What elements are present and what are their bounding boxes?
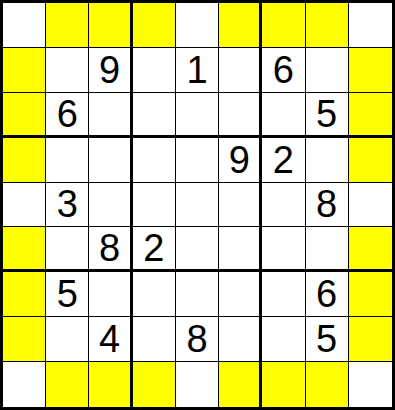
- cell-r5c9[interactable]: [349, 183, 392, 228]
- cell-r6c6[interactable]: [219, 227, 262, 272]
- cell-r1c3[interactable]: [89, 3, 132, 48]
- cell-r5c1[interactable]: [3, 183, 46, 228]
- cell-r6c5[interactable]: [176, 227, 219, 272]
- cell-r4c5[interactable]: [176, 138, 219, 183]
- cell-r9c1[interactable]: [3, 362, 46, 407]
- cell-r7c4[interactable]: [133, 272, 176, 317]
- cell-r8c2[interactable]: [46, 317, 89, 362]
- cell-r7c6[interactable]: [219, 272, 262, 317]
- cell-r1c8[interactable]: [306, 3, 349, 48]
- cell-r2c6[interactable]: [219, 48, 262, 93]
- cell-r7c7[interactable]: [262, 272, 305, 317]
- cell-r9c7[interactable]: [262, 362, 305, 407]
- cell-r3c1[interactable]: [3, 93, 46, 138]
- cell-r7c1[interactable]: [3, 272, 46, 317]
- cell-r4c2[interactable]: [46, 138, 89, 183]
- cell-r5c7[interactable]: [262, 183, 305, 228]
- cell-r6c1[interactable]: [3, 227, 46, 272]
- cell-r7c5[interactable]: [176, 272, 219, 317]
- given-digit-r8c3[interactable]: 4: [89, 317, 132, 362]
- given-digit-r8c5[interactable]: 8: [176, 317, 219, 362]
- cell-r1c7[interactable]: [262, 3, 305, 48]
- cell-r3c7[interactable]: [262, 93, 305, 138]
- cell-r5c4[interactable]: [133, 183, 176, 228]
- given-digit-r7c2[interactable]: 5: [46, 272, 89, 317]
- cell-r6c7[interactable]: [262, 227, 305, 272]
- cell-r7c3[interactable]: [89, 272, 132, 317]
- cell-r8c7[interactable]: [262, 317, 305, 362]
- cell-r9c2[interactable]: [46, 362, 89, 407]
- cell-r8c9[interactable]: [349, 317, 392, 362]
- cell-r6c2[interactable]: [46, 227, 89, 272]
- sudoku-board: 9166592388256485: [0, 0, 395, 410]
- cell-r6c9[interactable]: [349, 227, 392, 272]
- cell-r4c9[interactable]: [349, 138, 392, 183]
- cell-r1c9[interactable]: [349, 3, 392, 48]
- given-digit-r2c5[interactable]: 1: [176, 48, 219, 93]
- cell-r2c2[interactable]: [46, 48, 89, 93]
- cell-r2c8[interactable]: [306, 48, 349, 93]
- cell-r2c4[interactable]: [133, 48, 176, 93]
- cell-r6c8[interactable]: [306, 227, 349, 272]
- cell-r9c9[interactable]: [349, 362, 392, 407]
- cell-r1c6[interactable]: [219, 3, 262, 48]
- cell-r1c2[interactable]: [46, 3, 89, 48]
- cell-r8c4[interactable]: [133, 317, 176, 362]
- cell-r4c3[interactable]: [89, 138, 132, 183]
- given-digit-r5c2[interactable]: 3: [46, 183, 89, 228]
- given-digit-r2c7[interactable]: 6: [262, 48, 305, 93]
- given-digit-r6c3[interactable]: 8: [89, 227, 132, 272]
- cell-r3c3[interactable]: [89, 93, 132, 138]
- given-digit-r4c7[interactable]: 2: [262, 138, 305, 183]
- given-digit-r7c8[interactable]: 6: [306, 272, 349, 317]
- cell-r9c8[interactable]: [306, 362, 349, 407]
- cell-r1c1[interactable]: [3, 3, 46, 48]
- cell-r8c6[interactable]: [219, 317, 262, 362]
- given-digit-r5c8[interactable]: 8: [306, 183, 349, 228]
- given-digit-r3c8[interactable]: 5: [306, 93, 349, 138]
- cell-r1c4[interactable]: [133, 3, 176, 48]
- cell-r4c8[interactable]: [306, 138, 349, 183]
- given-digit-r4c6[interactable]: 9: [219, 138, 262, 183]
- cell-r2c9[interactable]: [349, 48, 392, 93]
- cell-r4c4[interactable]: [133, 138, 176, 183]
- cell-r7c9[interactable]: [349, 272, 392, 317]
- cell-r3c4[interactable]: [133, 93, 176, 138]
- cell-r9c6[interactable]: [219, 362, 262, 407]
- cell-r9c5[interactable]: [176, 362, 219, 407]
- cell-r4c1[interactable]: [3, 138, 46, 183]
- cell-r1c5[interactable]: [176, 3, 219, 48]
- given-digit-r3c2[interactable]: 6: [46, 93, 89, 138]
- cell-r5c3[interactable]: [89, 183, 132, 228]
- cell-r5c6[interactable]: [219, 183, 262, 228]
- given-digit-r8c8[interactable]: 5: [306, 317, 349, 362]
- cell-r5c5[interactable]: [176, 183, 219, 228]
- cell-r9c3[interactable]: [89, 362, 132, 407]
- cell-r3c5[interactable]: [176, 93, 219, 138]
- given-digit-r6c4[interactable]: 2: [133, 227, 176, 272]
- cell-r9c4[interactable]: [133, 362, 176, 407]
- cell-r3c9[interactable]: [349, 93, 392, 138]
- cell-r8c1[interactable]: [3, 317, 46, 362]
- cell-r2c1[interactable]: [3, 48, 46, 93]
- cell-r3c6[interactable]: [219, 93, 262, 138]
- given-digit-r2c3[interactable]: 9: [89, 48, 132, 93]
